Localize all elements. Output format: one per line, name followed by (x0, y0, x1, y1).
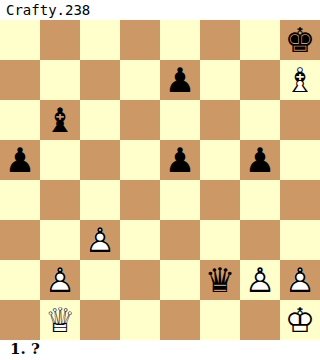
square-f1[interactable] (200, 300, 240, 340)
square-c8[interactable] (80, 20, 120, 60)
square-h3[interactable] (280, 220, 320, 260)
square-c5[interactable] (80, 140, 120, 180)
square-a5[interactable]: ♟ (0, 140, 40, 180)
square-a3[interactable] (0, 220, 40, 260)
square-a4[interactable] (0, 180, 40, 220)
square-b3[interactable] (40, 220, 80, 260)
piece-white-pawn-outline: ♙ (240, 260, 280, 300)
square-c7[interactable] (80, 60, 120, 100)
square-d6[interactable] (120, 100, 160, 140)
square-a1[interactable] (0, 300, 40, 340)
square-g8[interactable] (240, 20, 280, 60)
square-d4[interactable] (120, 180, 160, 220)
piece-white-pawn-outline: ♙ (80, 220, 120, 260)
square-c1[interactable] (80, 300, 120, 340)
chess-board: ♚♟♝♗♝♟♟♟♟♙♟♙♛♟♙♟♙♛♕♚♔ (0, 20, 320, 340)
piece-white-king-outline: ♔ (280, 300, 320, 340)
square-g2[interactable]: ♟♙ (240, 260, 280, 300)
piece-black-bishop: ♝ (40, 100, 80, 140)
square-h6[interactable] (280, 100, 320, 140)
square-c3[interactable]: ♟♙ (80, 220, 120, 260)
square-f5[interactable] (200, 140, 240, 180)
square-a6[interactable] (0, 100, 40, 140)
square-c2[interactable] (80, 260, 120, 300)
square-e8[interactable] (160, 20, 200, 60)
square-g4[interactable] (240, 180, 280, 220)
square-f2[interactable]: ♛ (200, 260, 240, 300)
piece-black-queen: ♛ (200, 260, 240, 300)
square-c4[interactable] (80, 180, 120, 220)
piece-white-pawn-outline: ♙ (280, 260, 320, 300)
square-g5[interactable]: ♟ (240, 140, 280, 180)
square-b2[interactable]: ♟♙ (40, 260, 80, 300)
square-g7[interactable] (240, 60, 280, 100)
square-h2[interactable]: ♟♙ (280, 260, 320, 300)
square-b8[interactable] (40, 20, 80, 60)
square-d5[interactable] (120, 140, 160, 180)
piece-white-pawn-outline: ♙ (40, 260, 80, 300)
square-h4[interactable] (280, 180, 320, 220)
square-c6[interactable] (80, 100, 120, 140)
square-h5[interactable] (280, 140, 320, 180)
square-f7[interactable] (200, 60, 240, 100)
square-g1[interactable] (240, 300, 280, 340)
square-e4[interactable] (160, 180, 200, 220)
square-h7[interactable]: ♝♗ (280, 60, 320, 100)
square-e7[interactable]: ♟ (160, 60, 200, 100)
piece-black-pawn: ♟ (160, 140, 200, 180)
piece-black-pawn: ♟ (0, 140, 40, 180)
square-d7[interactable] (120, 60, 160, 100)
square-g6[interactable] (240, 100, 280, 140)
square-d1[interactable] (120, 300, 160, 340)
square-f4[interactable] (200, 180, 240, 220)
square-f3[interactable] (200, 220, 240, 260)
move-prompt: 1. ? (0, 340, 320, 360)
square-e5[interactable]: ♟ (160, 140, 200, 180)
square-b4[interactable] (40, 180, 80, 220)
piece-black-pawn: ♟ (160, 60, 200, 100)
square-g3[interactable] (240, 220, 280, 260)
piece-white-queen-outline: ♕ (40, 300, 80, 340)
square-e3[interactable] (160, 220, 200, 260)
square-b7[interactable] (40, 60, 80, 100)
piece-black-king: ♚ (280, 20, 320, 60)
square-h8[interactable]: ♚ (280, 20, 320, 60)
square-d3[interactable] (120, 220, 160, 260)
square-b6[interactable]: ♝ (40, 100, 80, 140)
square-d8[interactable] (120, 20, 160, 60)
square-d2[interactable] (120, 260, 160, 300)
square-h1[interactable]: ♚♔ (280, 300, 320, 340)
square-e2[interactable] (160, 260, 200, 300)
square-f8[interactable] (200, 20, 240, 60)
square-a7[interactable] (0, 60, 40, 100)
crafty-window: Crafty.238 ♚♟♝♗♝♟♟♟♟♙♟♙♛♟♙♟♙♛♕♚♔ 1. ? (0, 0, 320, 360)
square-a8[interactable] (0, 20, 40, 60)
square-b5[interactable] (40, 140, 80, 180)
square-a2[interactable] (0, 260, 40, 300)
square-f6[interactable] (200, 100, 240, 140)
piece-black-pawn: ♟ (240, 140, 280, 180)
square-b1[interactable]: ♛♕ (40, 300, 80, 340)
square-e1[interactable] (160, 300, 200, 340)
window-title: Crafty.238 (0, 0, 320, 20)
square-e6[interactable] (160, 100, 200, 140)
piece-white-bishop-outline: ♗ (280, 60, 320, 100)
